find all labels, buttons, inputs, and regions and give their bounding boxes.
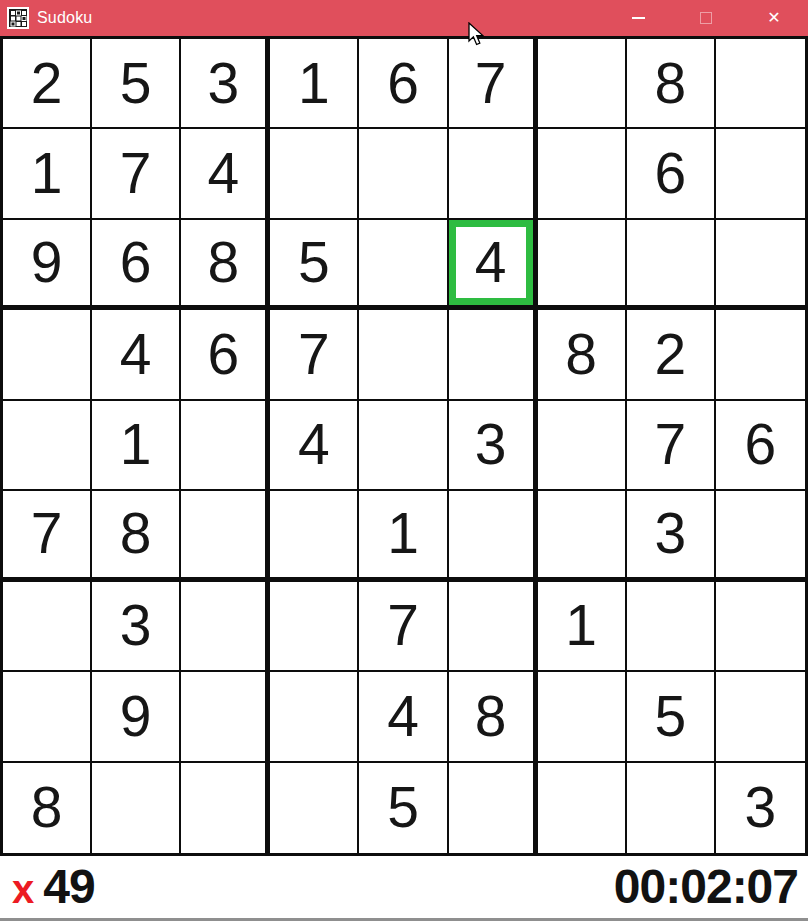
cell-r2c5[interactable]: [359, 129, 448, 219]
cell-r3c7[interactable]: [538, 220, 627, 310]
cell-r1c9[interactable]: [716, 39, 805, 129]
cell-r1c4[interactable]: 1: [270, 39, 359, 129]
cell-r7c8[interactable]: [627, 582, 716, 672]
cell-r2c4[interactable]: [270, 129, 359, 219]
window-controls: ✕: [604, 0, 808, 36]
close-button[interactable]: ✕: [740, 0, 808, 36]
window-title: Sudoku: [37, 9, 92, 27]
cell-r6c1[interactable]: 7: [3, 491, 92, 581]
cell-r7c4[interactable]: [270, 582, 359, 672]
cell-r9c8[interactable]: [627, 763, 716, 853]
cell-r1c3[interactable]: 3: [181, 39, 270, 129]
cell-r2c1[interactable]: 1: [3, 129, 92, 219]
cell-r4c7[interactable]: 8: [538, 310, 627, 400]
cell-r9c2[interactable]: [92, 763, 181, 853]
cell-r5c7[interactable]: [538, 401, 627, 491]
cell-r8c4[interactable]: [270, 672, 359, 762]
cell-r9c4[interactable]: [270, 763, 359, 853]
cell-r2c7[interactable]: [538, 129, 627, 219]
cell-r2c3[interactable]: 4: [181, 129, 270, 219]
cell-r4c4[interactable]: 7: [270, 310, 359, 400]
cell-r1c2[interactable]: 5: [92, 39, 181, 129]
cell-r3c4[interactable]: 5: [270, 220, 359, 310]
cell-r5c4[interactable]: 4: [270, 401, 359, 491]
cell-r3c1[interactable]: 9: [3, 220, 92, 310]
cell-r1c7[interactable]: [538, 39, 627, 129]
cell-r8c3[interactable]: [181, 672, 270, 762]
cell-r5c6[interactable]: 3: [449, 401, 538, 491]
close-icon: ✕: [767, 10, 780, 26]
titlebar: Sudoku ✕: [0, 0, 808, 36]
minimize-button[interactable]: [604, 0, 672, 36]
timer: 00:02:07: [614, 863, 798, 911]
cell-r3c3[interactable]: 8: [181, 220, 270, 310]
cell-r5c2[interactable]: 1: [92, 401, 181, 491]
cell-r4c1[interactable]: [3, 310, 92, 400]
cell-r5c3[interactable]: [181, 401, 270, 491]
sudoku-grid-icon: [7, 7, 29, 29]
mistakes-x-icon: x: [12, 869, 34, 909]
cell-r8c2[interactable]: 9: [92, 672, 181, 762]
cell-r6c4[interactable]: [270, 491, 359, 581]
maximize-icon: [700, 12, 712, 24]
cell-r1c1[interactable]: 2: [3, 39, 92, 129]
cell-r4c3[interactable]: 6: [181, 310, 270, 400]
cell-r3c6[interactable]: 4: [449, 220, 538, 310]
cell-r7c5[interactable]: 7: [359, 582, 448, 672]
cell-r9c7[interactable]: [538, 763, 627, 853]
cell-r4c5[interactable]: [359, 310, 448, 400]
cell-r6c6[interactable]: [449, 491, 538, 581]
cell-r7c7[interactable]: 1: [538, 582, 627, 672]
cell-r2c2[interactable]: 7: [92, 129, 181, 219]
cell-r7c2[interactable]: 3: [92, 582, 181, 672]
cell-r6c2[interactable]: 8: [92, 491, 181, 581]
cell-r5c5[interactable]: [359, 401, 448, 491]
cell-r5c9[interactable]: 6: [716, 401, 805, 491]
cell-r2c9[interactable]: [716, 129, 805, 219]
cell-r7c6[interactable]: [449, 582, 538, 672]
mistakes-count: 49: [43, 863, 94, 911]
cell-r8c5[interactable]: 4: [359, 672, 448, 762]
cell-r9c5[interactable]: 5: [359, 763, 448, 853]
cell-r8c6[interactable]: 8: [449, 672, 538, 762]
cell-r2c6[interactable]: [449, 129, 538, 219]
sudoku-grid: 2531678174696854467821437678133719485853: [0, 36, 808, 856]
cell-r4c6[interactable]: [449, 310, 538, 400]
cell-r1c5[interactable]: 6: [359, 39, 448, 129]
cell-r8c9[interactable]: [716, 672, 805, 762]
maximize-button[interactable]: [672, 0, 740, 36]
cell-r9c9[interactable]: 3: [716, 763, 805, 853]
cell-r4c9[interactable]: [716, 310, 805, 400]
cell-r5c1[interactable]: [3, 401, 92, 491]
cell-r3c8[interactable]: [627, 220, 716, 310]
cell-r8c8[interactable]: 5: [627, 672, 716, 762]
cell-r4c8[interactable]: 2: [627, 310, 716, 400]
cell-r9c1[interactable]: 8: [3, 763, 92, 853]
cell-r6c9[interactable]: [716, 491, 805, 581]
cell-r3c2[interactable]: 6: [92, 220, 181, 310]
sudoku-window: Sudoku ✕ 2531678174696854467821437678133…: [0, 0, 808, 921]
cell-r1c6[interactable]: 7: [449, 39, 538, 129]
cell-r4c2[interactable]: 4: [92, 310, 181, 400]
mistakes-counter: x 49: [12, 863, 95, 911]
cell-r6c5[interactable]: 1: [359, 491, 448, 581]
cell-r3c5[interactable]: [359, 220, 448, 310]
minimize-icon: [632, 17, 645, 19]
status-bar: x 49 00:02:07: [0, 856, 808, 921]
cell-r7c1[interactable]: [3, 582, 92, 672]
cell-r3c9[interactable]: [716, 220, 805, 310]
cell-r8c7[interactable]: [538, 672, 627, 762]
cell-r6c8[interactable]: 3: [627, 491, 716, 581]
cell-r7c3[interactable]: [181, 582, 270, 672]
cell-r7c9[interactable]: [716, 582, 805, 672]
cell-r5c8[interactable]: 7: [627, 401, 716, 491]
cell-r2c8[interactable]: 6: [627, 129, 716, 219]
cell-r6c7[interactable]: [538, 491, 627, 581]
cell-r6c3[interactable]: [181, 491, 270, 581]
cell-r8c1[interactable]: [3, 672, 92, 762]
cell-r9c3[interactable]: [181, 763, 270, 853]
cell-r9c6[interactable]: [449, 763, 538, 853]
cell-r1c8[interactable]: 8: [627, 39, 716, 129]
